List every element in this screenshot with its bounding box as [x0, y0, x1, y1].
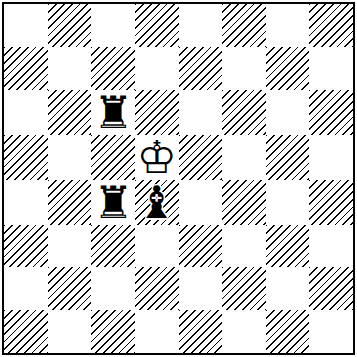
square-a8[interactable]	[4, 4, 48, 47]
square-c4[interactable]: ♜	[91, 180, 135, 225]
square-h7[interactable]	[309, 47, 353, 90]
square-g7[interactable]	[266, 47, 310, 90]
square-e3[interactable]	[179, 225, 223, 268]
chess-board: ♜♔♜♝	[4, 4, 353, 353]
square-h4[interactable]	[309, 180, 353, 225]
square-b8[interactable]	[48, 4, 92, 47]
square-f5[interactable]	[222, 135, 266, 180]
black-bishop[interactable]: ♝	[137, 180, 177, 225]
square-c2[interactable]	[91, 267, 135, 310]
square-b1[interactable]	[48, 310, 92, 353]
square-f2[interactable]	[222, 267, 266, 310]
square-g2[interactable]	[266, 267, 310, 310]
square-d4[interactable]: ♝	[135, 180, 179, 225]
square-a1[interactable]	[4, 310, 48, 353]
square-c5[interactable]	[91, 135, 135, 180]
square-d2[interactable]	[135, 267, 179, 310]
square-g5[interactable]	[266, 135, 310, 180]
square-h5[interactable]	[309, 135, 353, 180]
white-king[interactable]: ♔	[137, 135, 177, 180]
square-f1[interactable]	[222, 310, 266, 353]
square-a5[interactable]	[4, 135, 48, 180]
square-b6[interactable]	[48, 90, 92, 135]
black-rook[interactable]: ♜	[93, 180, 133, 225]
square-f3[interactable]	[222, 225, 266, 268]
square-g3[interactable]	[266, 225, 310, 268]
square-d7[interactable]	[135, 47, 179, 90]
square-c3[interactable]	[91, 225, 135, 268]
square-e8[interactable]	[179, 4, 223, 47]
square-b2[interactable]	[48, 267, 92, 310]
chess-diagram: ♜♔♜♝	[0, 0, 357, 357]
square-c8[interactable]	[91, 4, 135, 47]
square-g4[interactable]	[266, 180, 310, 225]
square-d8[interactable]	[135, 4, 179, 47]
square-e2[interactable]	[179, 267, 223, 310]
square-h2[interactable]	[309, 267, 353, 310]
square-e5[interactable]	[179, 135, 223, 180]
square-a4[interactable]	[4, 180, 48, 225]
square-a6[interactable]	[4, 90, 48, 135]
black-rook[interactable]: ♜	[93, 90, 133, 135]
square-b4[interactable]	[48, 180, 92, 225]
square-e1[interactable]	[179, 310, 223, 353]
square-e4[interactable]	[179, 180, 223, 225]
square-e6[interactable]	[179, 90, 223, 135]
square-a2[interactable]	[4, 267, 48, 310]
square-h1[interactable]	[309, 310, 353, 353]
square-d6[interactable]	[135, 90, 179, 135]
square-a3[interactable]	[4, 225, 48, 268]
square-g6[interactable]	[266, 90, 310, 135]
square-f6[interactable]	[222, 90, 266, 135]
square-f7[interactable]	[222, 47, 266, 90]
square-b7[interactable]	[48, 47, 92, 90]
square-h3[interactable]	[309, 225, 353, 268]
square-h6[interactable]	[309, 90, 353, 135]
square-d5[interactable]: ♔	[135, 135, 179, 180]
square-f8[interactable]	[222, 4, 266, 47]
square-b5[interactable]	[48, 135, 92, 180]
board-frame: ♜♔♜♝	[2, 2, 355, 355]
square-b3[interactable]	[48, 225, 92, 268]
square-c7[interactable]	[91, 47, 135, 90]
square-c1[interactable]	[91, 310, 135, 353]
square-f4[interactable]	[222, 180, 266, 225]
square-e7[interactable]	[179, 47, 223, 90]
square-c6[interactable]: ♜	[91, 90, 135, 135]
square-d1[interactable]	[135, 310, 179, 353]
square-g1[interactable]	[266, 310, 310, 353]
square-h8[interactable]	[309, 4, 353, 47]
square-d3[interactable]	[135, 225, 179, 268]
square-g8[interactable]	[266, 4, 310, 47]
square-a7[interactable]	[4, 47, 48, 90]
